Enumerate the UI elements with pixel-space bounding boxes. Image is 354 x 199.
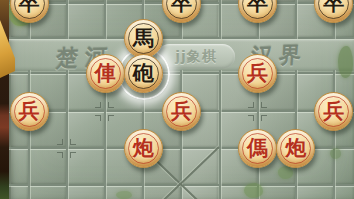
grid-line-vertical — [295, 0, 297, 39]
piece-red-兵[interactable]: 兵 — [162, 92, 201, 131]
piece-glyph: 傌 — [247, 138, 268, 159]
marker-corner — [70, 139, 76, 145]
moss-patch — [244, 183, 263, 198]
moss-patch — [338, 46, 353, 78]
grid-line-vertical — [66, 0, 68, 39]
marker-corner — [108, 102, 114, 108]
stone-tile — [30, 186, 66, 199]
marker-corner — [108, 115, 114, 121]
stone-tile — [297, 186, 333, 199]
piece-glyph: 兵 — [171, 101, 192, 122]
grid-line-vertical — [66, 70, 68, 199]
piece-red-俥[interactable]: 俥 — [86, 54, 125, 93]
point-marker — [57, 139, 75, 157]
grid-line-vertical — [219, 70, 221, 199]
piece-glyph: 兵 — [247, 63, 268, 84]
stone-tile — [182, 149, 218, 184]
marker-corner — [70, 152, 76, 158]
piece-red-兵[interactable]: 兵 — [314, 92, 353, 131]
grid-line-vertical — [104, 0, 106, 39]
piece-glyph: 卒 — [19, 0, 40, 14]
stone-tile — [68, 4, 104, 37]
piece-glyph: 砲 — [133, 63, 154, 84]
moss-patch — [278, 166, 293, 179]
piece-glyph: 炮 — [133, 138, 154, 159]
piece-glyph: 卒 — [323, 0, 344, 14]
point-marker — [248, 102, 266, 120]
piece-glyph: 兵 — [19, 101, 40, 122]
marker-corner — [248, 102, 254, 108]
piece-black-砲[interactable]: 砲 — [124, 54, 163, 93]
stone-tile — [68, 186, 104, 199]
marker-corner — [57, 152, 63, 158]
stone-tile — [11, 186, 28, 199]
grid-line-vertical — [333, 70, 335, 199]
stone-tile — [335, 186, 354, 199]
xiangqi-board[interactable]: 楚河 汉界 jj象棋 卒卒卒卒馬俥砲兵兵兵兵炮傌炮 — [0, 0, 354, 199]
marker-corner — [261, 102, 267, 108]
grid-line-vertical — [28, 70, 30, 199]
piece-red-兵[interactable]: 兵 — [238, 54, 277, 93]
piece-glyph: 炮 — [285, 138, 306, 159]
piece-glyph: 卒 — [247, 0, 268, 14]
moss-patch — [116, 191, 132, 199]
grid-line-vertical — [219, 0, 221, 39]
piece-red-傌[interactable]: 傌 — [238, 129, 277, 168]
marker-corner — [248, 115, 254, 121]
piece-red-炮[interactable]: 炮 — [124, 129, 163, 168]
piece-red-炮[interactable]: 炮 — [276, 129, 315, 168]
piece-glyph: 馬 — [133, 28, 154, 49]
app-watermark-text: jj象棋 — [175, 48, 217, 66]
stone-tile — [11, 149, 28, 184]
piece-glyph: 兵 — [323, 101, 344, 122]
piece-black-馬[interactable]: 馬 — [124, 19, 163, 58]
piece-glyph: 俥 — [95, 63, 116, 84]
point-marker — [95, 102, 113, 120]
moss-patch — [330, 148, 341, 159]
marker-corner — [95, 115, 101, 121]
marker-corner — [95, 102, 101, 108]
marker-corner — [57, 139, 63, 145]
piece-red-兵[interactable]: 兵 — [10, 92, 49, 131]
piece-glyph: 卒 — [171, 0, 192, 14]
stone-tile — [259, 186, 295, 199]
marker-corner — [261, 115, 267, 121]
